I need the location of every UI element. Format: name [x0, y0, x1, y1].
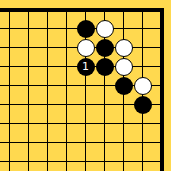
intersection-S12[interactable] [133, 133, 152, 152]
black-stone-Q16[interactable] [96, 58, 114, 76]
intersection-L15[interactable] [0, 76, 19, 95]
grid-line-v [47, 133, 49, 152]
grid-line-v [66, 95, 68, 114]
board-right-edge-line [160, 76, 164, 95]
intersection-N19[interactable] [38, 0, 57, 19]
grid-line-v [28, 114, 30, 133]
grid-line-v [66, 38, 68, 57]
intersection-Q14[interactable] [95, 95, 114, 114]
white-stone-Q18[interactable] [96, 20, 114, 38]
grid-line-v [66, 8, 68, 20]
board-right-edge-line [160, 95, 164, 114]
intersection-N18[interactable] [38, 19, 57, 38]
grid-line-v [28, 38, 30, 57]
intersection-T12[interactable] [152, 133, 171, 152]
grid-line-v [47, 19, 49, 38]
grid-line-v [47, 8, 49, 20]
go-diagram: 1 [0, 0, 171, 171]
board-right-edge-line [160, 8, 164, 20]
intersection-Q19[interactable] [95, 0, 114, 19]
intersection-P17[interactable] [76, 38, 95, 57]
intersection-O11[interactable] [57, 152, 76, 171]
intersection-O16[interactable] [57, 57, 76, 76]
intersection-R14[interactable] [114, 95, 133, 114]
intersection-T14[interactable] [152, 95, 171, 114]
grid-line-v [85, 152, 87, 171]
grid-line-v [47, 38, 49, 57]
grid-line-v [47, 57, 49, 76]
grid-line-v [9, 57, 11, 76]
intersection-L13[interactable] [0, 114, 19, 133]
grid-line-v [28, 95, 30, 114]
grid-line-v [66, 133, 68, 152]
grid-line-v [85, 8, 87, 20]
black-stone-Q17[interactable] [96, 39, 114, 57]
black-stone-P16[interactable]: 1 [77, 58, 95, 76]
board-right-edge-line [160, 114, 164, 133]
intersection-L11[interactable] [0, 152, 19, 171]
intersection-Q15[interactable] [95, 76, 114, 95]
move-number-label: 1 [82, 61, 89, 72]
intersection-N15[interactable] [38, 76, 57, 95]
intersection-P18[interactable] [76, 19, 95, 38]
intersection-S18[interactable] [133, 19, 152, 38]
grid-line-v [123, 152, 125, 171]
grid-line-v [104, 152, 106, 171]
intersection-N17[interactable] [38, 38, 57, 57]
intersection-N12[interactable] [38, 133, 57, 152]
intersection-Q17[interactable] [95, 38, 114, 57]
intersection-M12[interactable] [19, 133, 38, 152]
intersection-Q13[interactable] [95, 114, 114, 133]
grid-line-v [123, 133, 125, 152]
intersection-M14[interactable] [19, 95, 38, 114]
intersection-R12[interactable] [114, 133, 133, 152]
grid-line-v [142, 114, 144, 133]
intersection-T11[interactable] [152, 152, 171, 171]
intersection-R11[interactable] [114, 152, 133, 171]
grid-line-v [142, 38, 144, 57]
grid-line-v [104, 95, 106, 114]
grid-line-v [66, 152, 68, 171]
intersection-Q18[interactable] [95, 19, 114, 38]
intersection-P13[interactable] [76, 114, 95, 133]
intersection-R17[interactable] [114, 38, 133, 57]
board-right-edge-line [160, 38, 164, 57]
board-right-edge-line [160, 152, 164, 171]
board-right-edge-line [160, 133, 164, 152]
grid-line-v [66, 57, 68, 76]
grid-line-v [123, 114, 125, 133]
intersection-R19[interactable] [114, 0, 133, 19]
intersection-R13[interactable] [114, 114, 133, 133]
white-stone-S15[interactable] [134, 77, 152, 95]
grid-line-v [9, 152, 11, 171]
intersection-M18[interactable] [19, 19, 38, 38]
intersection-P14[interactable] [76, 95, 95, 114]
intersection-N14[interactable] [38, 95, 57, 114]
grid-line-v [9, 8, 11, 20]
intersection-O19[interactable] [57, 0, 76, 19]
intersection-O18[interactable] [57, 19, 76, 38]
intersection-P19[interactable] [76, 0, 95, 19]
intersection-Q11[interactable] [95, 152, 114, 171]
grid-line-v [104, 8, 106, 20]
grid-line-v [142, 19, 144, 38]
intersection-O17[interactable] [57, 38, 76, 57]
grid-line-v [104, 114, 106, 133]
grid-line-v [9, 76, 11, 95]
intersection-N11[interactable] [38, 152, 57, 171]
grid-line-v [66, 76, 68, 95]
go-board: 1 [0, 0, 171, 171]
intersection-S13[interactable] [133, 114, 152, 133]
grid-line-v [9, 133, 11, 152]
grid-line-v [104, 133, 106, 152]
intersection-R18[interactable] [114, 19, 133, 38]
intersection-L12[interactable] [0, 133, 19, 152]
intersection-O14[interactable] [57, 95, 76, 114]
intersection-Q12[interactable] [95, 133, 114, 152]
grid-line-v [47, 152, 49, 171]
grid-line-v [9, 38, 11, 57]
board-right-edge-line [160, 19, 164, 38]
intersection-T15[interactable] [152, 76, 171, 95]
grid-line-v [47, 114, 49, 133]
intersection-O12[interactable] [57, 133, 76, 152]
black-stone-R15[interactable] [115, 77, 133, 95]
grid-line-v [28, 133, 30, 152]
intersection-P15[interactable] [76, 76, 95, 95]
intersection-S11[interactable] [133, 152, 152, 171]
grid-line-v [85, 133, 87, 152]
intersection-P12[interactable] [76, 133, 95, 152]
intersection-S16[interactable] [133, 57, 152, 76]
intersection-R15[interactable] [114, 76, 133, 95]
grid-line-v [9, 95, 11, 114]
intersection-Q16[interactable] [95, 57, 114, 76]
intersection-L16[interactable] [0, 57, 19, 76]
intersection-S17[interactable] [133, 38, 152, 57]
white-stone-R17[interactable] [115, 39, 133, 57]
intersection-L14[interactable] [0, 95, 19, 114]
grid-line-v [85, 76, 87, 95]
intersection-R16[interactable] [114, 57, 133, 76]
intersection-S19[interactable] [133, 0, 152, 19]
white-stone-R16[interactable] [115, 58, 133, 76]
grid-line-v [123, 19, 125, 38]
intersection-P11[interactable] [76, 152, 95, 171]
grid-line-v [47, 95, 49, 114]
intersection-M11[interactable] [19, 152, 38, 171]
grid-line-v [123, 95, 125, 114]
grid-line-v [47, 76, 49, 95]
intersection-M13[interactable] [19, 114, 38, 133]
intersection-O13[interactable] [57, 114, 76, 133]
intersection-M15[interactable] [19, 76, 38, 95]
intersection-T18[interactable] [152, 19, 171, 38]
grid-line-v [9, 114, 11, 133]
intersection-T19[interactable] [152, 0, 171, 19]
intersection-T16[interactable] [152, 57, 171, 76]
grid-line-v [85, 95, 87, 114]
grid-line-v [104, 76, 106, 95]
grid-line-v [142, 152, 144, 171]
grid-line-v [142, 8, 144, 20]
intersection-L19[interactable] [0, 0, 19, 19]
black-stone-S14[interactable] [134, 96, 152, 114]
grid-line-v [28, 152, 30, 171]
intersection-S15[interactable] [133, 76, 152, 95]
grid-line-v [9, 19, 11, 38]
intersection-M17[interactable] [19, 38, 38, 57]
grid-line-v [66, 114, 68, 133]
grid-line-v [142, 57, 144, 76]
intersection-N16[interactable] [38, 57, 57, 76]
grid-line-v [28, 8, 30, 20]
grid-line-v [123, 8, 125, 20]
black-stone-P18[interactable] [77, 20, 95, 38]
intersection-M16[interactable] [19, 57, 38, 76]
intersection-T13[interactable] [152, 114, 171, 133]
grid-line-v [85, 114, 87, 133]
intersection-S14[interactable] [133, 95, 152, 114]
grid-line-v [28, 57, 30, 76]
grid-line-v [28, 19, 30, 38]
intersection-L18[interactable] [0, 19, 19, 38]
grid-line-v [142, 133, 144, 152]
grid-line-v [28, 76, 30, 95]
grid-line-v [66, 19, 68, 38]
board-right-edge-line [160, 57, 164, 76]
intersection-P16[interactable]: 1 [76, 57, 95, 76]
intersection-O15[interactable] [57, 76, 76, 95]
intersection-L17[interactable] [0, 38, 19, 57]
white-stone-P17[interactable] [77, 39, 95, 57]
intersection-N13[interactable] [38, 114, 57, 133]
intersection-M19[interactable] [19, 0, 38, 19]
intersection-T17[interactable] [152, 38, 171, 57]
